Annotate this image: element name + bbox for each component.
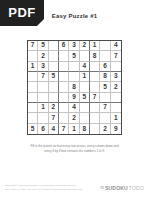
sudoku-grid: 7563214258713467518385295712477215647182… xyxy=(27,40,122,135)
sudoku-cell-r4c4 xyxy=(59,72,69,82)
sudoku-cell-r5c7 xyxy=(90,82,100,92)
sudoku-cell-r1c5: 3 xyxy=(69,41,79,51)
sudoku-cell-r5c6 xyxy=(80,82,90,92)
sudoku-cell-r9c9: 9 xyxy=(111,124,121,134)
sudoku-cell-r4c8: 8 xyxy=(100,72,110,82)
sudoku-cell-r8c9: 1 xyxy=(111,113,121,123)
sudoku-cell-r2c3 xyxy=(49,51,59,61)
sudoku-cell-r1c4: 6 xyxy=(59,41,69,51)
sudoku-cell-r6c9 xyxy=(111,93,121,103)
footer-logo-bold: SUDOKU xyxy=(105,186,128,191)
instructions: Fill in the puzzle so that every row acr… xyxy=(0,144,149,153)
sudoku-cell-r3c3 xyxy=(49,62,59,72)
sudoku-cell-r5c5: 8 xyxy=(69,82,79,92)
sudoku-cell-r2c1 xyxy=(28,51,38,61)
sudoku-cell-r7c3: 2 xyxy=(49,103,59,113)
sudoku-cell-r9c2: 6 xyxy=(38,124,48,134)
footer-logo-light: TODO xyxy=(129,186,144,191)
sudoku-cell-r4c5 xyxy=(69,72,79,82)
sudoku-cell-r1c3 xyxy=(49,41,59,51)
sudoku-cell-r1c8 xyxy=(100,41,110,51)
sudoku-cell-r6c5: 9 xyxy=(69,93,79,103)
footer-logo: ⊞ SUDOKU TODO xyxy=(100,186,144,191)
sudoku-cell-r2c2: 2 xyxy=(38,51,48,61)
sudoku-cell-r3c8: 6 xyxy=(100,62,110,72)
sudoku-cell-r6c2 xyxy=(38,93,48,103)
sudoku-cell-r8c7 xyxy=(90,113,100,123)
sudoku-cell-r7c5: 4 xyxy=(69,103,79,113)
sudoku-cell-r2c8 xyxy=(100,51,110,61)
sudoku-cell-r4c2: 7 xyxy=(38,72,48,82)
sudoku-cell-r2c4 xyxy=(59,51,69,61)
sudoku-cell-r6c6: 5 xyxy=(80,93,90,103)
sudoku-cell-r7c8: 7 xyxy=(100,103,110,113)
sudoku-cell-r8c1 xyxy=(28,113,38,123)
sudoku-cell-r5c1 xyxy=(28,82,38,92)
sudoku-cell-r7c2: 1 xyxy=(38,103,48,113)
sudoku-cell-r6c4 xyxy=(59,93,69,103)
sudoku-cell-r7c4 xyxy=(59,103,69,113)
sudoku-cell-r7c9 xyxy=(111,103,121,113)
sudoku-cell-r9c3: 4 xyxy=(49,124,59,134)
sudoku-cell-r3c6: 4 xyxy=(80,62,90,72)
sudoku-cell-r4c9: 3 xyxy=(111,72,121,82)
sudoku-cell-r5c9: 2 xyxy=(111,82,121,92)
sudoku-cell-r6c3 xyxy=(49,93,59,103)
sudoku-cell-r3c5 xyxy=(69,62,79,72)
sudoku-cell-r5c2 xyxy=(38,82,48,92)
sudoku-cell-r4c7 xyxy=(90,72,100,82)
sudoku-cell-r9c5: 1 xyxy=(69,124,79,134)
sudoku-cell-r9c1: 5 xyxy=(28,124,38,134)
sudoku-cell-r6c1 xyxy=(28,93,38,103)
sudoku-cell-r5c3 xyxy=(49,82,59,92)
sudoku-cell-r8c3: 7 xyxy=(49,113,59,123)
sudoku-cell-r2c5: 5 xyxy=(69,51,79,61)
sudoku-cell-r4c1 xyxy=(28,72,38,82)
sudoku-cell-r7c1 xyxy=(28,103,38,113)
sudoku-cell-r5c8: 5 xyxy=(100,82,110,92)
sudoku-cell-r2c6 xyxy=(80,51,90,61)
sudoku-cell-r3c1: 1 xyxy=(28,62,38,72)
sudoku-cell-r6c8 xyxy=(100,93,110,103)
grid-icon: ⊞ xyxy=(100,186,104,191)
sudoku-cell-r8c6 xyxy=(80,113,90,123)
sudoku-cell-r9c4: 7 xyxy=(59,124,69,134)
sudoku-cell-r1c2: 5 xyxy=(38,41,48,51)
sudoku-cell-r1c7: 1 xyxy=(90,41,100,51)
sudoku-cell-r3c4 xyxy=(59,62,69,72)
sudoku-cell-r9c6: 8 xyxy=(80,124,90,134)
sudoku-cell-r1c6: 2 xyxy=(80,41,90,51)
sudoku-cell-r7c7 xyxy=(90,103,100,113)
sudoku-cell-r8c4 xyxy=(59,113,69,123)
pdf-preview-page[interactable]: PDF Easy Puzzle #1 756321425871346751838… xyxy=(0,0,149,198)
sudoku-cell-r2c9: 7 xyxy=(111,51,121,61)
sudoku-cell-r3c7 xyxy=(90,62,100,72)
sudoku-cell-r5c4 xyxy=(59,82,69,92)
sudoku-cell-r3c9 xyxy=(111,62,121,72)
sudoku-cell-r9c8: 2 xyxy=(100,124,110,134)
sudoku-cell-r8c2 xyxy=(38,113,48,123)
sudoku-cell-r4c6: 1 xyxy=(80,72,90,82)
footer-copyright-line-2: Play online or make your own free printa… xyxy=(5,188,82,192)
sudoku-cell-r9c7 xyxy=(90,124,100,134)
sudoku-cell-r8c8 xyxy=(100,113,110,123)
sudoku-cell-r7c6 xyxy=(80,103,90,113)
sudoku-cell-r1c9: 4 xyxy=(111,41,121,51)
sudoku-cell-r3c2: 3 xyxy=(38,62,48,72)
sudoku-cell-r1c1: 7 xyxy=(28,41,38,51)
instructions-line-2: every 3 by 3 box contains the numbers 1 … xyxy=(0,149,149,154)
sudoku-cell-r2c7: 8 xyxy=(90,51,100,61)
sudoku-cell-r8c5: 2 xyxy=(69,113,79,123)
sudoku-cell-r4c3: 5 xyxy=(49,72,59,82)
footer-copyright: Copyright © 2020 SudokuTodo. For persona… xyxy=(5,184,82,192)
page-title: Easy Puzzle #1 xyxy=(0,13,149,19)
sudoku-cell-r6c7: 7 xyxy=(90,93,100,103)
